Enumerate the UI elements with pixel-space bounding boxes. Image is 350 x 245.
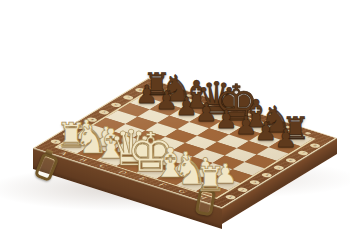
rank-medallion-right-7: 7 [296,150,310,156]
rank-medallion-right-5: 5 [272,165,286,171]
rank-medallion-right-3: 3 [248,180,262,186]
rank-medallion-right-6: 6 [284,157,298,163]
rank-medallion-right-2: 2 [236,187,250,193]
rank-medallion-right-4: 4 [260,172,274,178]
chess-set-photo: ABCDEFGH1122334455667788 ♜♞♝♛♚♝♞♜♟♟♟♟♟♟♟… [0,0,350,245]
piece-black-pawn-h7[interactable]: ♟ [274,125,296,150]
rank-medallion-right-8: 8 [308,143,322,149]
rank-medallion-right-1: 1 [224,194,238,200]
piece-white-rook-h1[interactable]: ♜ [195,162,225,196]
